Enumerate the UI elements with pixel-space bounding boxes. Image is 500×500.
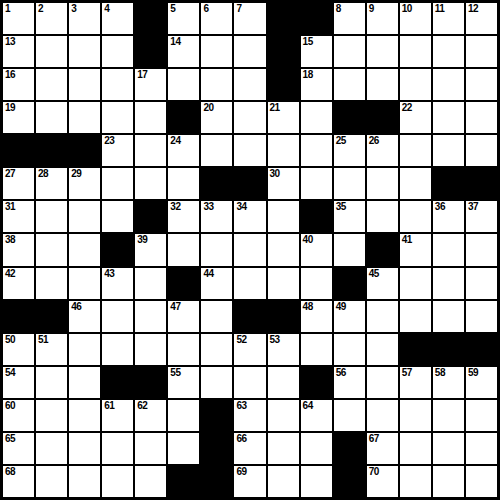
cell-r13c5[interactable]: 62 bbox=[135, 400, 166, 431]
cell-r6c9[interactable]: 30 bbox=[268, 168, 299, 199]
cell-r7c14[interactable]: 36 bbox=[433, 201, 464, 232]
clue-number: 38 bbox=[5, 234, 15, 245]
cell-r8c1[interactable]: 38 bbox=[3, 234, 34, 265]
cell-r5c3-black bbox=[69, 135, 100, 166]
cell-r1c12[interactable]: 9 bbox=[367, 3, 398, 34]
clue-number: 45 bbox=[369, 268, 379, 279]
cell-r4c6-black bbox=[168, 102, 199, 133]
cell-r5c8[interactable] bbox=[234, 135, 265, 166]
cell-r6c12[interactable] bbox=[367, 168, 398, 199]
clue-number: 10 bbox=[402, 3, 412, 14]
clue-number: 43 bbox=[104, 268, 114, 279]
clue-number: 46 bbox=[71, 301, 81, 312]
cell-r8c4-black bbox=[102, 234, 133, 265]
clue-number: 17 bbox=[137, 69, 147, 80]
cell-r5c13[interactable] bbox=[400, 135, 431, 166]
clue-number: 57 bbox=[402, 367, 412, 378]
clue-number: 54 bbox=[5, 367, 15, 378]
cell-r2c3[interactable] bbox=[69, 36, 100, 67]
cell-r9c13[interactable] bbox=[400, 268, 431, 299]
cell-r13c3[interactable] bbox=[69, 400, 100, 431]
cell-r14c13[interactable] bbox=[400, 433, 431, 464]
clue-number: 37 bbox=[468, 201, 478, 212]
cell-r10c3[interactable]: 46 bbox=[69, 301, 100, 332]
cell-r14c8[interactable]: 66 bbox=[234, 433, 265, 464]
cell-r11c15-black bbox=[466, 334, 497, 365]
clue-number: 60 bbox=[5, 400, 15, 411]
cell-r10c8-black bbox=[234, 301, 265, 332]
clue-number: 50 bbox=[5, 334, 15, 345]
cell-r12c15[interactable]: 59 bbox=[466, 367, 497, 398]
cell-r13c1[interactable]: 60 bbox=[3, 400, 34, 431]
cell-r1c6[interactable]: 5 bbox=[168, 3, 199, 34]
cell-r8c6[interactable] bbox=[168, 234, 199, 265]
cell-r1c2[interactable]: 2 bbox=[36, 3, 67, 34]
cell-r5c6[interactable]: 24 bbox=[168, 135, 199, 166]
cell-r8c13[interactable]: 41 bbox=[400, 234, 431, 265]
cell-r5c14[interactable] bbox=[433, 135, 464, 166]
cell-r3c13[interactable] bbox=[400, 69, 431, 100]
cell-r10c7[interactable] bbox=[201, 301, 232, 332]
cell-r1c15[interactable]: 12 bbox=[466, 3, 497, 34]
clue-number: 25 bbox=[336, 135, 346, 146]
cell-r13c6[interactable] bbox=[168, 400, 199, 431]
cell-r10c11[interactable]: 49 bbox=[334, 301, 365, 332]
clue-number: 40 bbox=[303, 234, 313, 245]
clue-number: 15 bbox=[303, 36, 313, 47]
cell-r13c11[interactable] bbox=[334, 400, 365, 431]
cell-r8c2[interactable] bbox=[36, 234, 67, 265]
cell-r11c11[interactable] bbox=[334, 334, 365, 365]
clue-number: 14 bbox=[170, 36, 180, 47]
clue-number: 58 bbox=[435, 367, 445, 378]
cell-r8c10[interactable]: 40 bbox=[301, 234, 332, 265]
cell-r3c14[interactable] bbox=[433, 69, 464, 100]
cell-r1c4[interactable]: 4 bbox=[102, 3, 133, 34]
cell-r13c14[interactable] bbox=[433, 400, 464, 431]
clue-number: 51 bbox=[38, 334, 48, 345]
cell-r10c9-black bbox=[268, 301, 299, 332]
cell-r12c11[interactable]: 56 bbox=[334, 367, 365, 398]
cell-r4c14[interactable] bbox=[433, 102, 464, 133]
cell-r9c6-black bbox=[168, 268, 199, 299]
cell-r11c9[interactable]: 53 bbox=[268, 334, 299, 365]
cell-r2c9-black bbox=[268, 36, 299, 67]
cell-r15c4[interactable] bbox=[102, 466, 133, 497]
cell-r6c7-black bbox=[201, 168, 232, 199]
clue-number: 23 bbox=[104, 135, 114, 146]
cell-r4c5[interactable] bbox=[135, 102, 166, 133]
cell-r15c2[interactable] bbox=[36, 466, 67, 497]
cell-r7c9[interactable] bbox=[268, 201, 299, 232]
cell-r3c6[interactable] bbox=[168, 69, 199, 100]
cell-r15c1[interactable]: 68 bbox=[3, 466, 34, 497]
clue-number: 62 bbox=[137, 400, 147, 411]
cell-r5c7[interactable] bbox=[201, 135, 232, 166]
cell-r15c9[interactable] bbox=[268, 466, 299, 497]
clue-number: 32 bbox=[170, 201, 180, 212]
cell-r6c1[interactable]: 27 bbox=[3, 168, 34, 199]
clue-number: 20 bbox=[203, 102, 213, 113]
clue-number: 22 bbox=[402, 102, 412, 113]
cell-r14c15[interactable] bbox=[466, 433, 497, 464]
cell-r15c6-black bbox=[168, 466, 199, 497]
cell-r8c14[interactable] bbox=[433, 234, 464, 265]
cell-r12c9[interactable] bbox=[268, 367, 299, 398]
cell-r9c1[interactable]: 42 bbox=[3, 268, 34, 299]
cell-r9c11-black bbox=[334, 268, 365, 299]
cell-r4c1[interactable]: 19 bbox=[3, 102, 34, 133]
cell-r5c11[interactable]: 25 bbox=[334, 135, 365, 166]
clue-number: 13 bbox=[5, 36, 15, 47]
cell-r4c15[interactable] bbox=[466, 102, 497, 133]
clue-number: 48 bbox=[303, 301, 313, 312]
clue-number: 64 bbox=[303, 400, 313, 411]
cell-r7c7[interactable]: 33 bbox=[201, 201, 232, 232]
clue-number: 34 bbox=[236, 201, 246, 212]
cell-r11c13-black bbox=[400, 334, 431, 365]
cell-r12c12[interactable] bbox=[367, 367, 398, 398]
cell-r9c3[interactable] bbox=[69, 268, 100, 299]
cell-r11c1[interactable]: 50 bbox=[3, 334, 34, 365]
clue-number: 19 bbox=[5, 102, 15, 113]
clue-number: 2 bbox=[38, 3, 43, 14]
clue-number: 1 bbox=[5, 3, 10, 14]
cell-r12c6[interactable]: 55 bbox=[168, 367, 199, 398]
cell-r7c3[interactable] bbox=[69, 201, 100, 232]
cell-r2c12[interactable] bbox=[367, 36, 398, 67]
cell-r11c5[interactable] bbox=[135, 334, 166, 365]
cell-r7c10-black bbox=[301, 201, 332, 232]
clue-number: 35 bbox=[336, 201, 346, 212]
cell-r4c4[interactable] bbox=[102, 102, 133, 133]
cell-r7c13[interactable] bbox=[400, 201, 431, 232]
cell-r13c8[interactable]: 63 bbox=[234, 400, 265, 431]
clue-number: 33 bbox=[203, 201, 213, 212]
cell-r9c5[interactable] bbox=[135, 268, 166, 299]
cell-r7c5-black bbox=[135, 201, 166, 232]
cell-r3c8[interactable] bbox=[234, 69, 265, 100]
cell-r7c6[interactable]: 32 bbox=[168, 201, 199, 232]
cell-r3c7[interactable] bbox=[201, 69, 232, 100]
cell-r1c9-black bbox=[268, 3, 299, 34]
cell-r14c10[interactable] bbox=[301, 433, 332, 464]
cell-r7c11[interactable]: 35 bbox=[334, 201, 365, 232]
clue-number: 3 bbox=[71, 3, 76, 14]
cell-r7c1[interactable]: 31 bbox=[3, 201, 34, 232]
cell-r4c3[interactable] bbox=[69, 102, 100, 133]
clue-number: 42 bbox=[5, 268, 15, 279]
clue-number: 4 bbox=[104, 3, 109, 14]
cell-r1c10-black bbox=[301, 3, 332, 34]
clue-number: 67 bbox=[369, 433, 379, 444]
clue-number: 28 bbox=[38, 168, 48, 179]
cell-r9c7[interactable]: 44 bbox=[201, 268, 232, 299]
cell-r13c7-black bbox=[201, 400, 232, 431]
clue-number: 39 bbox=[137, 234, 147, 245]
cell-r1c5-black bbox=[135, 3, 166, 34]
cell-r11c7[interactable] bbox=[201, 334, 232, 365]
cell-r11c4[interactable] bbox=[102, 334, 133, 365]
cell-r4c13[interactable]: 22 bbox=[400, 102, 431, 133]
cell-r15c8[interactable]: 69 bbox=[234, 466, 265, 497]
cell-r14c4[interactable] bbox=[102, 433, 133, 464]
clue-number: 12 bbox=[468, 3, 478, 14]
cell-r10c6[interactable]: 47 bbox=[168, 301, 199, 332]
clue-number: 8 bbox=[336, 3, 341, 14]
clue-number: 63 bbox=[236, 400, 246, 411]
cell-r3c15[interactable] bbox=[466, 69, 497, 100]
cell-r9c14[interactable] bbox=[433, 268, 464, 299]
cell-r8c5[interactable]: 39 bbox=[135, 234, 166, 265]
cell-r2c11[interactable] bbox=[334, 36, 365, 67]
cell-r5c4[interactable]: 23 bbox=[102, 135, 133, 166]
cell-r3c9-black bbox=[268, 69, 299, 100]
cell-r10c15[interactable] bbox=[466, 301, 497, 332]
cell-r5c15[interactable] bbox=[466, 135, 497, 166]
cell-r10c12[interactable] bbox=[367, 301, 398, 332]
cell-r6c15-black bbox=[466, 168, 497, 199]
cell-r13c9[interactable] bbox=[268, 400, 299, 431]
cell-r2c8[interactable] bbox=[234, 36, 265, 67]
cell-r13c10[interactable]: 64 bbox=[301, 400, 332, 431]
clue-number: 36 bbox=[435, 201, 445, 212]
clue-number: 68 bbox=[5, 466, 15, 477]
cell-r6c4[interactable] bbox=[102, 168, 133, 199]
cell-r3c3[interactable] bbox=[69, 69, 100, 100]
cell-r11c12[interactable] bbox=[367, 334, 398, 365]
cell-r12c1[interactable]: 54 bbox=[3, 367, 34, 398]
cell-r14c11-black bbox=[334, 433, 365, 464]
cell-r10c2-black bbox=[36, 301, 67, 332]
clue-number: 9 bbox=[369, 3, 374, 14]
cell-r13c2[interactable] bbox=[36, 400, 67, 431]
cell-r5c10[interactable] bbox=[301, 135, 332, 166]
cell-r2c2[interactable] bbox=[36, 36, 67, 67]
cell-r14c12[interactable]: 67 bbox=[367, 433, 398, 464]
cell-r2c5-black bbox=[135, 36, 166, 67]
cell-r6c3[interactable]: 29 bbox=[69, 168, 100, 199]
cell-r12c8[interactable] bbox=[234, 367, 265, 398]
cell-r4c7[interactable]: 20 bbox=[201, 102, 232, 133]
cell-r14c9[interactable] bbox=[268, 433, 299, 464]
cell-r7c4[interactable] bbox=[102, 201, 133, 232]
clue-number: 29 bbox=[71, 168, 81, 179]
clue-number: 56 bbox=[336, 367, 346, 378]
cell-r14c7-black bbox=[201, 433, 232, 464]
cell-r4c10[interactable] bbox=[301, 102, 332, 133]
crossword-board: 1234567891011121314151617181920212223242… bbox=[0, 0, 500, 500]
cell-r9c2[interactable] bbox=[36, 268, 67, 299]
cell-r1c8[interactable]: 7 bbox=[234, 3, 265, 34]
cell-r5c9[interactable] bbox=[268, 135, 299, 166]
cell-r13c15[interactable] bbox=[466, 400, 497, 431]
cell-r8c15[interactable] bbox=[466, 234, 497, 265]
cell-r6c5[interactable] bbox=[135, 168, 166, 199]
cell-r4c11-black bbox=[334, 102, 365, 133]
cell-r15c3[interactable] bbox=[69, 466, 100, 497]
cell-r12c4-black bbox=[102, 367, 133, 398]
cell-r15c12[interactable]: 70 bbox=[367, 466, 398, 497]
cell-r15c15[interactable] bbox=[466, 466, 497, 497]
cell-r12c3[interactable] bbox=[69, 367, 100, 398]
cell-r7c8[interactable]: 34 bbox=[234, 201, 265, 232]
clue-number: 41 bbox=[402, 234, 412, 245]
clue-number: 31 bbox=[5, 201, 15, 212]
cell-r10c13[interactable] bbox=[400, 301, 431, 332]
cell-r14c5[interactable] bbox=[135, 433, 166, 464]
cell-r4c2[interactable] bbox=[36, 102, 67, 133]
clue-number: 55 bbox=[170, 367, 180, 378]
cell-r11c3[interactable] bbox=[69, 334, 100, 365]
cell-r8c11[interactable] bbox=[334, 234, 365, 265]
clue-number: 69 bbox=[236, 466, 246, 477]
clue-number: 65 bbox=[5, 433, 15, 444]
cell-r1c1[interactable]: 1 bbox=[3, 3, 34, 34]
cell-r6c13[interactable] bbox=[400, 168, 431, 199]
clue-number: 52 bbox=[236, 334, 246, 345]
cell-r3c4[interactable] bbox=[102, 69, 133, 100]
cell-r12c14[interactable]: 58 bbox=[433, 367, 464, 398]
cell-r12c2[interactable] bbox=[36, 367, 67, 398]
cell-r11c10[interactable] bbox=[301, 334, 332, 365]
cell-r13c13[interactable] bbox=[400, 400, 431, 431]
cell-r2c15[interactable] bbox=[466, 36, 497, 67]
cell-r2c6[interactable]: 14 bbox=[168, 36, 199, 67]
cell-r15c5[interactable] bbox=[135, 466, 166, 497]
cell-r10c4[interactable] bbox=[102, 301, 133, 332]
cell-r4c12-black bbox=[367, 102, 398, 133]
cell-r10c5[interactable] bbox=[135, 301, 166, 332]
cell-r7c12[interactable] bbox=[367, 201, 398, 232]
clue-number: 27 bbox=[5, 168, 15, 179]
cell-r9c8[interactable] bbox=[234, 268, 265, 299]
clue-number: 70 bbox=[369, 466, 379, 477]
clue-number: 30 bbox=[270, 168, 280, 179]
cell-r2c14[interactable] bbox=[433, 36, 464, 67]
cell-r4c9[interactable]: 21 bbox=[268, 102, 299, 133]
cell-r12c5-black bbox=[135, 367, 166, 398]
cell-r15c13[interactable] bbox=[400, 466, 431, 497]
cell-r3c12[interactable] bbox=[367, 69, 398, 100]
cell-r5c2-black bbox=[36, 135, 67, 166]
cell-r6c14-black bbox=[433, 168, 464, 199]
cell-r12c13[interactable]: 57 bbox=[400, 367, 431, 398]
cell-r9c4[interactable]: 43 bbox=[102, 268, 133, 299]
cell-r6c11[interactable] bbox=[334, 168, 365, 199]
cell-r14c6[interactable] bbox=[168, 433, 199, 464]
cell-r1c7[interactable]: 6 bbox=[201, 3, 232, 34]
cell-r2c13[interactable] bbox=[400, 36, 431, 67]
cell-r7c2[interactable] bbox=[36, 201, 67, 232]
clue-number: 44 bbox=[203, 268, 213, 279]
clue-number: 59 bbox=[468, 367, 478, 378]
cell-r9c12[interactable]: 45 bbox=[367, 268, 398, 299]
cell-r14c3[interactable] bbox=[69, 433, 100, 464]
clue-number: 21 bbox=[270, 102, 280, 113]
cell-r3c2[interactable] bbox=[36, 69, 67, 100]
cell-r1c3[interactable]: 3 bbox=[69, 3, 100, 34]
cell-r1c11[interactable]: 8 bbox=[334, 3, 365, 34]
cell-r8c7[interactable] bbox=[201, 234, 232, 265]
clue-number: 16 bbox=[5, 69, 15, 80]
cell-r3c11[interactable] bbox=[334, 69, 365, 100]
cell-r15c7-black bbox=[201, 466, 232, 497]
cell-r14c14[interactable] bbox=[433, 433, 464, 464]
cell-r8c9[interactable] bbox=[268, 234, 299, 265]
cell-r11c6[interactable] bbox=[168, 334, 199, 365]
cell-r11c14-black bbox=[433, 334, 464, 365]
clue-number: 26 bbox=[369, 135, 379, 146]
cell-r13c12[interactable] bbox=[367, 400, 398, 431]
cell-r5c1-black bbox=[3, 135, 34, 166]
cell-r14c2[interactable] bbox=[36, 433, 67, 464]
cell-r5c5[interactable] bbox=[135, 135, 166, 166]
cell-r10c14[interactable] bbox=[433, 301, 464, 332]
clue-number: 7 bbox=[236, 3, 241, 14]
cell-r15c14[interactable] bbox=[433, 466, 464, 497]
cell-r14c1[interactable]: 65 bbox=[3, 433, 34, 464]
cell-r10c10[interactable]: 48 bbox=[301, 301, 332, 332]
cell-r2c10[interactable]: 15 bbox=[301, 36, 332, 67]
cell-r3c10[interactable]: 18 bbox=[301, 69, 332, 100]
cell-r9c15[interactable] bbox=[466, 268, 497, 299]
clue-number: 61 bbox=[104, 400, 114, 411]
cell-r12c10-black bbox=[301, 367, 332, 398]
cell-r1c13[interactable]: 10 bbox=[400, 3, 431, 34]
clue-number: 5 bbox=[170, 3, 175, 14]
crossword-grid: 1234567891011121314151617181920212223242… bbox=[0, 0, 500, 500]
clue-number: 24 bbox=[170, 135, 180, 146]
cell-r3c1[interactable]: 16 bbox=[3, 69, 34, 100]
cell-r3c5[interactable]: 17 bbox=[135, 69, 166, 100]
clue-number: 53 bbox=[270, 334, 280, 345]
cell-r2c1[interactable]: 13 bbox=[3, 36, 34, 67]
cell-r2c7[interactable] bbox=[201, 36, 232, 67]
cell-r5c12[interactable]: 26 bbox=[367, 135, 398, 166]
cell-r15c10[interactable] bbox=[301, 466, 332, 497]
cell-r1c14[interactable]: 11 bbox=[433, 3, 464, 34]
clue-number: 6 bbox=[203, 3, 208, 14]
clue-number: 47 bbox=[170, 301, 180, 312]
clue-number: 49 bbox=[336, 301, 346, 312]
cell-r8c3[interactable] bbox=[69, 234, 100, 265]
cell-r15c11-black bbox=[334, 466, 365, 497]
clue-number: 11 bbox=[435, 3, 445, 14]
clue-number: 66 bbox=[236, 433, 246, 444]
cell-r13c4[interactable]: 61 bbox=[102, 400, 133, 431]
cell-r10c1-black bbox=[3, 301, 34, 332]
cell-r8c8[interactable] bbox=[234, 234, 265, 265]
cell-r12c7[interactable] bbox=[201, 367, 232, 398]
cell-r6c6[interactable] bbox=[168, 168, 199, 199]
cell-r7c15[interactable]: 37 bbox=[466, 201, 497, 232]
cell-r9c10[interactable] bbox=[301, 268, 332, 299]
cell-r8c12-black bbox=[367, 234, 398, 265]
cell-r11c2[interactable]: 51 bbox=[36, 334, 67, 365]
cell-r6c8-black bbox=[234, 168, 265, 199]
cell-r9c9[interactable] bbox=[268, 268, 299, 299]
cell-r4c8[interactable] bbox=[234, 102, 265, 133]
cell-r6c10[interactable] bbox=[301, 168, 332, 199]
cell-r11c8[interactable]: 52 bbox=[234, 334, 265, 365]
cell-r6c2[interactable]: 28 bbox=[36, 168, 67, 199]
cell-r2c4[interactable] bbox=[102, 36, 133, 67]
clue-number: 18 bbox=[303, 69, 313, 80]
